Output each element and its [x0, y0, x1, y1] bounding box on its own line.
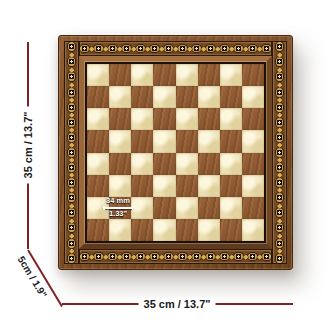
inlay-oval-motif: [68, 178, 75, 187]
inlay-oval-motif: [276, 88, 283, 97]
inlay-oval-motif: [68, 223, 75, 232]
inlay-oval-motif: [276, 133, 283, 142]
inlay-oval-motif: [220, 253, 229, 260]
inlay-dot-motif: [117, 46, 122, 51]
square-a7: [87, 86, 109, 108]
square-d2: [153, 197, 175, 219]
inlay-oval-motif: [68, 254, 75, 263]
square-d3: [153, 175, 175, 197]
square-d4: [153, 153, 175, 175]
inlay-oval-motif: [276, 103, 283, 112]
inlay-oval-motif: [164, 45, 173, 52]
inlay-oval-motif: [68, 57, 75, 66]
square-size-inch: 1.33": [109, 210, 127, 218]
inlay-oval-motif: [262, 45, 271, 52]
square-e8: [176, 64, 198, 86]
inlay-dot-motif: [69, 127, 74, 132]
inlay-oval-motif: [68, 103, 75, 112]
inlay-oval-motif: [276, 178, 283, 187]
inlay-oval-motif: [68, 42, 75, 51]
inlay-oval-motif: [276, 163, 283, 172]
inlay-dot-motif: [277, 127, 282, 132]
inlay-oval-motif: [108, 45, 117, 52]
square-g1: [220, 219, 242, 241]
inlay-oval-motif: [94, 45, 103, 52]
inlay-oval-motif: [178, 253, 187, 260]
inlay-dot-motif: [131, 254, 136, 259]
square-g4: [220, 153, 242, 175]
inlay-oval-motif: [150, 45, 159, 52]
square-f2: [198, 197, 220, 219]
inlay-dot-motif: [145, 46, 150, 51]
square-e3: [176, 175, 198, 197]
inlay-dot-motif: [277, 233, 282, 238]
inlay-oval-motif: [68, 193, 75, 202]
square-h3: [242, 175, 264, 197]
inlay-dot-motif: [89, 254, 94, 259]
inlay-border-left: [64, 41, 79, 264]
measure-line: [103, 207, 133, 209]
square-c1: [131, 219, 153, 241]
inlay-dot-motif: [277, 218, 282, 223]
inlay-oval-motif: [68, 239, 75, 248]
square-c8: [131, 64, 153, 86]
square-b6: [109, 108, 131, 130]
inlay-dot-motif: [277, 82, 282, 87]
inlay-oval-motif: [276, 57, 283, 66]
inlay-oval-motif: [122, 45, 131, 52]
inlay-dot-motif: [277, 112, 282, 117]
square-a3: [87, 175, 109, 197]
square-b5: [109, 130, 131, 152]
inlay-oval-motif: [276, 72, 283, 81]
inlay-oval-motif: [68, 118, 75, 127]
square-h1: [242, 219, 264, 241]
square-f3: [198, 175, 220, 197]
inlay-oval-motif: [122, 253, 131, 260]
square-e2: [176, 197, 198, 219]
square-c5: [131, 130, 153, 152]
square-e6: [176, 108, 198, 130]
square-b4: [109, 153, 131, 175]
inlay-dot-motif: [69, 218, 74, 223]
square-c6: [131, 108, 153, 130]
inlay-oval-motif: [276, 239, 283, 248]
height-dimension-label: 35 cm / 13.7": [22, 107, 34, 184]
square-b8: [109, 64, 131, 86]
square-h5: [242, 130, 264, 152]
inlay-dot-motif: [69, 52, 74, 57]
inlay-border-top: [79, 41, 272, 56]
chess-board: 34 mm 1.33": [58, 35, 293, 270]
inlay-dot-motif: [173, 46, 178, 51]
square-f1: [198, 219, 220, 241]
inlay-dot-motif: [69, 142, 74, 147]
width-dimension-label: 35 cm / 13.7": [139, 298, 216, 310]
inlay-dot-motif: [69, 188, 74, 193]
inlay-dot-motif: [69, 97, 74, 102]
inlay-border-bottom: [79, 249, 272, 264]
inlay-oval-motif: [276, 148, 283, 157]
inlay-dot-motif: [159, 46, 164, 51]
square-d8: [153, 64, 175, 86]
inlay-oval-motif: [234, 45, 243, 52]
square-a5: [87, 130, 109, 152]
square-g6: [220, 108, 242, 130]
inlay-dot-motif: [131, 46, 136, 51]
square-g8: [220, 64, 242, 86]
square-b7: [109, 86, 131, 108]
square-f4: [198, 153, 220, 175]
square-d5: [153, 130, 175, 152]
square-b3: [109, 175, 131, 197]
square-c7: [131, 86, 153, 108]
inlay-oval-motif: [276, 193, 283, 202]
inlay-dot-motif: [89, 46, 94, 51]
inlay-dot-motif: [103, 254, 108, 259]
square-g5: [220, 130, 242, 152]
inlay-oval-motif: [68, 163, 75, 172]
inlay-dot-motif: [69, 248, 74, 253]
inlay-dot-motif: [69, 233, 74, 238]
square-c4: [131, 153, 153, 175]
inlay-oval-motif: [68, 133, 75, 142]
square-h6: [242, 108, 264, 130]
square-g3: [220, 175, 242, 197]
inlay-oval-motif: [206, 253, 215, 260]
square-e1: [176, 219, 198, 241]
square-f5: [198, 130, 220, 152]
inlay-dot-motif: [277, 188, 282, 193]
inlay-dot-motif: [69, 82, 74, 87]
square-h2: [242, 197, 264, 219]
inlay-dot-motif: [277, 173, 282, 178]
inlay-dot-motif: [277, 158, 282, 163]
inlay-oval-motif: [276, 223, 283, 232]
inlay-oval-motif: [80, 45, 89, 52]
inlay-oval-motif: [234, 253, 243, 260]
inlay-dot-motif: [69, 67, 74, 72]
inlay-dot-motif: [103, 46, 108, 51]
inlay-oval-motif: [220, 45, 229, 52]
product-photo: 34 mm 1.33" 35 cm / 13.7" 5cm / 1.9" 35 …: [0, 0, 330, 330]
inlay-oval-motif: [108, 253, 117, 260]
inlay-oval-motif: [276, 118, 283, 127]
inlay-oval-motif: [206, 45, 215, 52]
square-b1: [109, 219, 131, 241]
inlay-dot-motif: [277, 52, 282, 57]
inlay-oval-motif: [276, 208, 283, 217]
inlay-dot-motif: [159, 254, 164, 259]
inlay-dot-motif: [173, 254, 178, 259]
square-g2: [220, 197, 242, 219]
playing-field: 34 mm 1.33": [85, 62, 266, 243]
inlay-dot-motif: [69, 173, 74, 178]
inlay-dot-motif: [277, 248, 282, 253]
square-e4: [176, 153, 198, 175]
inlay-oval-motif: [276, 254, 283, 263]
square-a4: [87, 153, 109, 175]
square-f8: [198, 64, 220, 86]
square-g7: [220, 86, 242, 108]
square-f6: [198, 108, 220, 130]
square-d7: [153, 86, 175, 108]
inlay-oval-motif: [248, 253, 257, 260]
inlay-border-right: [272, 41, 287, 264]
square-a6: [87, 108, 109, 130]
inlay-oval-motif: [192, 253, 201, 260]
inlay-dot-motif: [277, 97, 282, 102]
inlay-dot-motif: [69, 203, 74, 208]
inlay-oval-motif: [248, 45, 257, 52]
inlay-dot-motif: [277, 203, 282, 208]
inlay-dot-motif: [145, 254, 150, 259]
inlay-dot-motif: [117, 254, 122, 259]
square-e7: [176, 86, 198, 108]
inlay-oval-motif: [262, 253, 271, 260]
square-h8: [242, 64, 264, 86]
inlay-oval-motif: [276, 42, 283, 51]
inlay-oval-motif: [68, 88, 75, 97]
square-h7: [242, 86, 264, 108]
inlay-dot-motif: [69, 112, 74, 117]
square-f7: [198, 86, 220, 108]
square-d6: [153, 108, 175, 130]
inlay-oval-motif: [80, 253, 89, 260]
square-h4: [242, 153, 264, 175]
inlay-oval-motif: [136, 45, 145, 52]
inlay-oval-motif: [178, 45, 187, 52]
square-e5: [176, 130, 198, 152]
inlay-dot-motif: [187, 46, 192, 51]
square-a1: [87, 219, 109, 241]
square-a8: [87, 64, 109, 86]
inlay-dot-motif: [69, 158, 74, 163]
inlay-oval-motif: [136, 253, 145, 260]
inlay-oval-motif: [192, 45, 201, 52]
square-d1: [153, 219, 175, 241]
inlay-dot-motif: [277, 67, 282, 72]
inlay-dot-motif: [277, 142, 282, 147]
square-size-label: 34 mm 1.33": [101, 197, 135, 218]
inlay-oval-motif: [164, 253, 173, 260]
inlay-oval-motif: [150, 253, 159, 260]
square-size-mm: 34 mm: [106, 197, 130, 205]
inlay-dot-motif: [187, 254, 192, 259]
square-c3: [131, 175, 153, 197]
inlay-oval-motif: [68, 72, 75, 81]
inlay-oval-motif: [68, 208, 75, 217]
inlay-oval-motif: [94, 253, 103, 260]
inlay-oval-motif: [68, 148, 75, 157]
